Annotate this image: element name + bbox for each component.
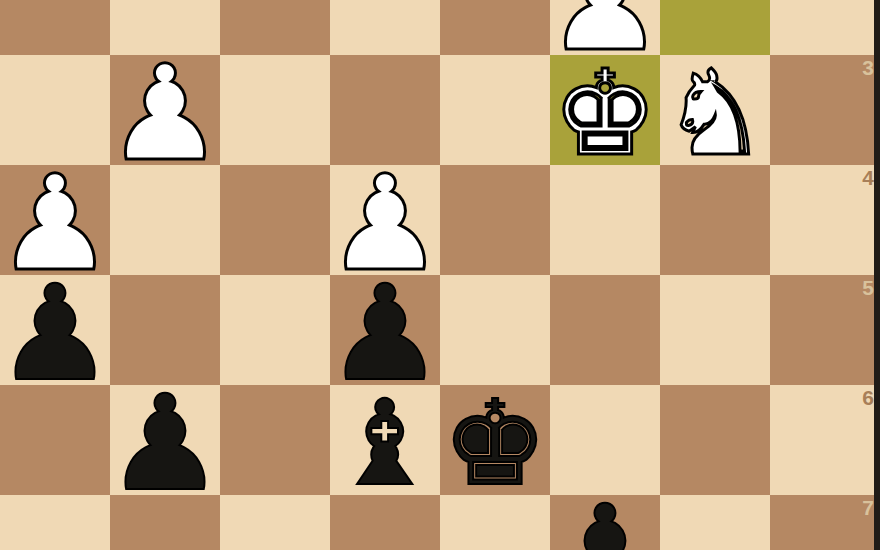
piece-white-pawn[interactable]: ♟ (106, 47, 224, 179)
square-d5[interactable] (440, 275, 550, 385)
square-h5[interactable]: ♟ (0, 275, 110, 385)
rank-label-6: 6 (862, 387, 874, 408)
square-h7[interactable] (0, 495, 110, 550)
square-g7[interactable] (110, 495, 220, 550)
square-g4[interactable] (110, 165, 220, 275)
square-g6[interactable]: ♟ (110, 385, 220, 495)
rank-label-3: 3 (862, 57, 874, 78)
square-a5[interactable]: 5 (770, 275, 880, 385)
square-a7[interactable]: 7 (770, 495, 880, 550)
square-a6[interactable]: 6 (770, 385, 880, 495)
square-h6[interactable] (0, 385, 110, 495)
square-a2[interactable] (770, 0, 880, 55)
chess-board[interactable]: ♟♟♚♞3♟♟4♟♟5♟♝♚6♟7 (0, 0, 880, 550)
square-f4[interactable] (220, 165, 330, 275)
square-g3[interactable]: ♟ (110, 55, 220, 165)
square-f6[interactable] (220, 385, 330, 495)
square-b6[interactable] (660, 385, 770, 495)
square-c7[interactable]: ♟ (550, 495, 660, 550)
square-e5[interactable]: ♟ (330, 275, 440, 385)
square-e7[interactable] (330, 495, 440, 550)
square-a4[interactable]: 4 (770, 165, 880, 275)
square-b7[interactable] (660, 495, 770, 550)
rank-label-5: 5 (862, 277, 874, 298)
square-b4[interactable] (660, 165, 770, 275)
piece-black-pawn[interactable]: ♟ (0, 267, 114, 399)
square-c3[interactable]: ♚ (550, 55, 660, 165)
square-a3[interactable]: 3 (770, 55, 880, 165)
piece-white-knight[interactable]: ♞ (662, 54, 768, 172)
piece-black-king[interactable]: ♚ (442, 384, 548, 502)
square-e2[interactable] (330, 0, 440, 55)
square-b5[interactable] (660, 275, 770, 385)
piece-white-king[interactable]: ♚ (552, 54, 658, 172)
rank-label-4: 4 (862, 167, 874, 188)
square-f2[interactable] (220, 0, 330, 55)
square-f5[interactable] (220, 275, 330, 385)
piece-black-pawn[interactable]: ♟ (546, 487, 664, 550)
piece-black-pawn[interactable]: ♟ (106, 377, 224, 509)
square-d3[interactable] (440, 55, 550, 165)
square-c4[interactable] (550, 165, 660, 275)
square-f7[interactable] (220, 495, 330, 550)
board-viewport: ♟♟♚♞3♟♟4♟♟5♟♝♚6♟7 (0, 0, 880, 550)
square-e6[interactable]: ♝ (330, 385, 440, 495)
square-d7[interactable] (440, 495, 550, 550)
square-b3[interactable]: ♞ (660, 55, 770, 165)
square-d2[interactable] (440, 0, 550, 55)
page-background-edge (874, 0, 880, 550)
square-h2[interactable] (0, 0, 110, 55)
rank-label-7: 7 (862, 497, 874, 518)
square-d4[interactable] (440, 165, 550, 275)
square-c5[interactable] (550, 275, 660, 385)
square-d6[interactable]: ♚ (440, 385, 550, 495)
square-f3[interactable] (220, 55, 330, 165)
piece-black-bishop[interactable]: ♝ (332, 384, 438, 502)
